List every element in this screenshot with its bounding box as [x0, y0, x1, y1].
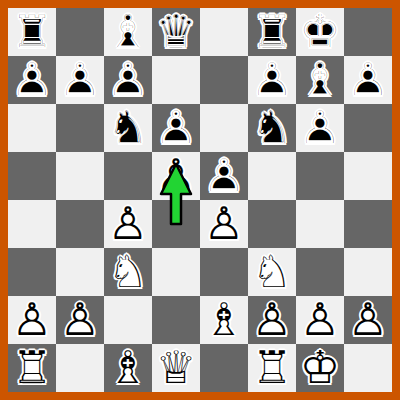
- square-c8[interactable]: ♝♗: [104, 8, 152, 56]
- white-bishop[interactable]: ♝♗: [200, 296, 248, 344]
- black-rook[interactable]: ♜♖: [8, 8, 56, 56]
- square-c6[interactable]: ♞♘: [104, 104, 152, 152]
- square-h4[interactable]: [344, 200, 392, 248]
- square-f2[interactable]: ♟♙: [248, 296, 296, 344]
- black-knight[interactable]: ♞♘: [248, 104, 296, 152]
- piece-outline-glyph: ♙: [8, 56, 56, 104]
- board-frame: ♜♖♝♗♛♕♜♖♚♔♟♙♟♙♟♙♟♙♝♗♟♙♞♘♟♙♞♘♟♙♟♙♟♙♟♙♟♙♞♘…: [0, 0, 400, 400]
- square-h5[interactable]: [344, 152, 392, 200]
- square-d8[interactable]: ♛♕: [152, 8, 200, 56]
- board: ♜♖♝♗♛♕♜♖♚♔♟♙♟♙♟♙♟♙♝♗♟♙♞♘♟♙♞♘♟♙♟♙♟♙♟♙♟♙♞♘…: [8, 8, 392, 392]
- black-rook[interactable]: ♜♖: [248, 8, 296, 56]
- square-g1[interactable]: ♚♔: [296, 344, 344, 392]
- square-f7[interactable]: ♟♙: [248, 56, 296, 104]
- black-pawn[interactable]: ♟♙: [152, 104, 200, 152]
- square-c5[interactable]: [104, 152, 152, 200]
- square-h1[interactable]: [344, 344, 392, 392]
- square-e1[interactable]: [200, 344, 248, 392]
- square-e6[interactable]: [200, 104, 248, 152]
- square-h3[interactable]: [344, 248, 392, 296]
- square-a7[interactable]: ♟♙: [8, 56, 56, 104]
- square-a1[interactable]: ♜♖: [8, 344, 56, 392]
- piece-outline-glyph: ♖: [8, 344, 56, 392]
- square-c3[interactable]: ♞♘: [104, 248, 152, 296]
- white-queen[interactable]: ♛♕: [152, 344, 200, 392]
- white-pawn[interactable]: ♟♙: [248, 296, 296, 344]
- square-b7[interactable]: ♟♙: [56, 56, 104, 104]
- square-h7[interactable]: ♟♙: [344, 56, 392, 104]
- black-queen[interactable]: ♛♕: [152, 8, 200, 56]
- square-c7[interactable]: ♟♙: [104, 56, 152, 104]
- square-d1[interactable]: ♛♕: [152, 344, 200, 392]
- square-d7[interactable]: [152, 56, 200, 104]
- piece-outline-glyph: ♗: [296, 56, 344, 104]
- square-f8[interactable]: ♜♖: [248, 8, 296, 56]
- white-knight[interactable]: ♞♘: [104, 248, 152, 296]
- square-e7[interactable]: [200, 56, 248, 104]
- square-g2[interactable]: ♟♙: [296, 296, 344, 344]
- piece-outline-glyph: ♙: [8, 296, 56, 344]
- square-e2[interactable]: ♝♗: [200, 296, 248, 344]
- square-g6[interactable]: ♟♙: [296, 104, 344, 152]
- square-b8[interactable]: [56, 8, 104, 56]
- piece-outline-glyph: ♙: [200, 152, 248, 200]
- white-pawn[interactable]: ♟♙: [152, 152, 200, 200]
- square-e4[interactable]: ♟♙: [200, 200, 248, 248]
- piece-outline-glyph: ♖: [8, 8, 56, 56]
- black-pawn[interactable]: ♟♙: [248, 56, 296, 104]
- square-a4[interactable]: [8, 200, 56, 248]
- piece-outline-glyph: ♘: [104, 104, 152, 152]
- square-d4[interactable]: [152, 200, 200, 248]
- piece-outline-glyph: ♙: [344, 56, 392, 104]
- piece-outline-glyph: ♙: [104, 56, 152, 104]
- square-a3[interactable]: [8, 248, 56, 296]
- square-a6[interactable]: [8, 104, 56, 152]
- black-pawn[interactable]: ♟♙: [56, 56, 104, 104]
- piece-outline-glyph: ♗: [104, 344, 152, 392]
- square-a2[interactable]: ♟♙: [8, 296, 56, 344]
- white-king[interactable]: ♚♔: [296, 344, 344, 392]
- square-c1[interactable]: ♝♗: [104, 344, 152, 392]
- square-h6[interactable]: [344, 104, 392, 152]
- piece-outline-glyph: ♙: [248, 296, 296, 344]
- square-g4[interactable]: [296, 200, 344, 248]
- white-rook[interactable]: ♜♖: [248, 344, 296, 392]
- black-king[interactable]: ♚♔: [296, 8, 344, 56]
- square-d2[interactable]: [152, 296, 200, 344]
- square-f5[interactable]: [248, 152, 296, 200]
- square-b2[interactable]: ♟♙: [56, 296, 104, 344]
- square-g3[interactable]: [296, 248, 344, 296]
- piece-outline-glyph: ♙: [152, 152, 200, 200]
- piece-outline-glyph: ♙: [104, 200, 152, 248]
- piece-outline-glyph: ♙: [296, 104, 344, 152]
- square-e8[interactable]: [200, 8, 248, 56]
- white-pawn[interactable]: ♟♙: [344, 296, 392, 344]
- piece-outline-glyph: ♕: [152, 344, 200, 392]
- square-b4[interactable]: [56, 200, 104, 248]
- square-g8[interactable]: ♚♔: [296, 8, 344, 56]
- white-rook[interactable]: ♜♖: [8, 344, 56, 392]
- piece-outline-glyph: ♙: [200, 200, 248, 248]
- piece-outline-glyph: ♗: [200, 296, 248, 344]
- square-e5[interactable]: ♟♙: [200, 152, 248, 200]
- black-bishop[interactable]: ♝♗: [104, 8, 152, 56]
- white-bishop[interactable]: ♝♗: [104, 344, 152, 392]
- black-pawn[interactable]: ♟♙: [200, 152, 248, 200]
- white-pawn[interactable]: ♟♙: [8, 296, 56, 344]
- black-bishop[interactable]: ♝♗: [296, 56, 344, 104]
- piece-outline-glyph: ♕: [152, 8, 200, 56]
- square-d3[interactable]: [152, 248, 200, 296]
- square-h8[interactable]: [344, 8, 392, 56]
- square-b5[interactable]: [56, 152, 104, 200]
- black-pawn[interactable]: ♟♙: [344, 56, 392, 104]
- piece-outline-glyph: ♙: [152, 104, 200, 152]
- square-d5[interactable]: ♟♙: [152, 152, 200, 200]
- square-f4[interactable]: [248, 200, 296, 248]
- square-g5[interactable]: [296, 152, 344, 200]
- square-f3[interactable]: ♞♘: [248, 248, 296, 296]
- piece-outline-glyph: ♙: [56, 296, 104, 344]
- black-knight[interactable]: ♞♘: [104, 104, 152, 152]
- white-pawn[interactable]: ♟♙: [56, 296, 104, 344]
- square-f6[interactable]: ♞♘: [248, 104, 296, 152]
- piece-outline-glyph: ♗: [104, 8, 152, 56]
- piece-outline-glyph: ♔: [296, 8, 344, 56]
- black-pawn[interactable]: ♟♙: [104, 56, 152, 104]
- square-d6[interactable]: ♟♙: [152, 104, 200, 152]
- square-c2[interactable]: [104, 296, 152, 344]
- square-e3[interactable]: [200, 248, 248, 296]
- white-pawn[interactable]: ♟♙: [200, 200, 248, 248]
- square-h2[interactable]: ♟♙: [344, 296, 392, 344]
- square-f1[interactable]: ♜♖: [248, 344, 296, 392]
- piece-outline-glyph: ♖: [248, 8, 296, 56]
- square-g7[interactable]: ♝♗: [296, 56, 344, 104]
- piece-outline-glyph: ♙: [248, 56, 296, 104]
- white-pawn[interactable]: ♟♙: [104, 200, 152, 248]
- piece-outline-glyph: ♙: [296, 296, 344, 344]
- square-c4[interactable]: ♟♙: [104, 200, 152, 248]
- black-pawn[interactable]: ♟♙: [296, 104, 344, 152]
- piece-outline-glyph: ♘: [104, 248, 152, 296]
- black-pawn[interactable]: ♟♙: [8, 56, 56, 104]
- piece-outline-glyph: ♔: [296, 344, 344, 392]
- square-a8[interactable]: ♜♖: [8, 8, 56, 56]
- piece-outline-glyph: ♖: [248, 344, 296, 392]
- piece-outline-glyph: ♘: [248, 248, 296, 296]
- piece-outline-glyph: ♘: [248, 104, 296, 152]
- white-knight[interactable]: ♞♘: [248, 248, 296, 296]
- square-b6[interactable]: [56, 104, 104, 152]
- square-b3[interactable]: [56, 248, 104, 296]
- piece-outline-glyph: ♙: [56, 56, 104, 104]
- square-b1[interactable]: [56, 344, 104, 392]
- square-a5[interactable]: [8, 152, 56, 200]
- piece-outline-glyph: ♙: [344, 296, 392, 344]
- white-pawn[interactable]: ♟♙: [296, 296, 344, 344]
